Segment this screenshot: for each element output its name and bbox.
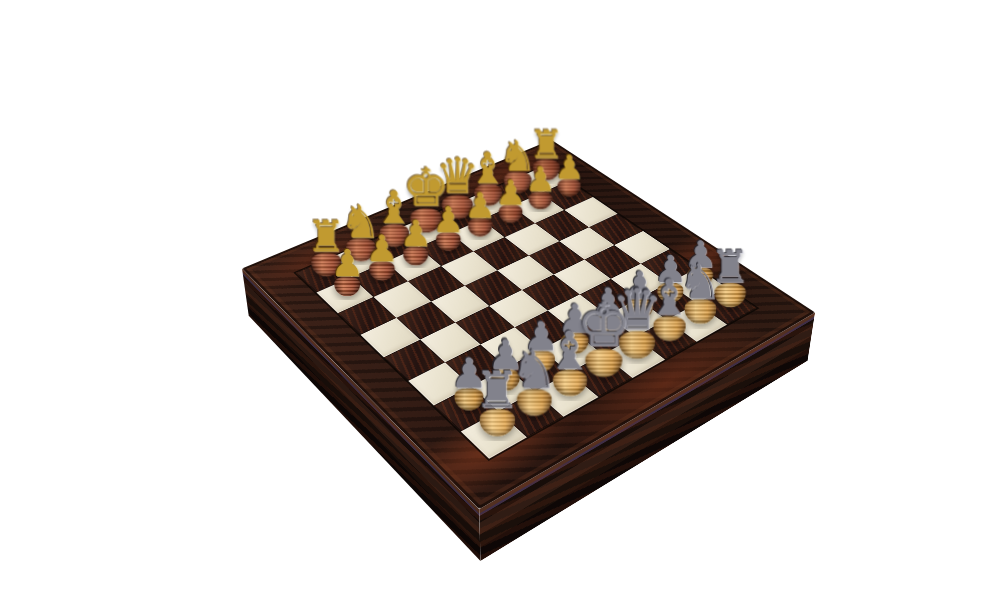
- square-h1: ♜: [461, 411, 527, 458]
- silver-rook-glyph: ♜: [473, 364, 519, 415]
- chess-board-chest: ♜♞♝♚♛♝♞♜♟♟♟♟♟♟♟♟♟♟♟♟♟♟♟♟♜♞♝♚♛♝♞♜: [242, 139, 815, 508]
- square-f6: [408, 266, 465, 301]
- product-photo-scene: ♜♞♝♚♛♝♞♜♟♟♟♟♟♟♟♟♟♟♟♟♟♟♟♟♜♞♝♚♛♝♞♜: [0, 0, 1000, 591]
- gold-pawn-glyph: ♟: [330, 245, 363, 282]
- perspective-stage: ♜♞♝♚♛♝♞♜♟♟♟♟♟♟♟♟♟♟♟♟♟♟♟♟♜♞♝♚♛♝♞♜: [0, 0, 1000, 591]
